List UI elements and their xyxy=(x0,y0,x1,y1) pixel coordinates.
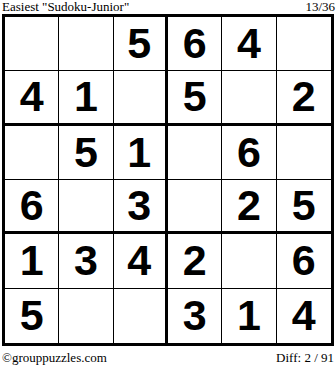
cell-r2c1[interactable]: 4 xyxy=(5,71,59,125)
footer: ©grouppuzzles.com Diff: 2 / 91 xyxy=(2,350,334,366)
cell-r1c3[interactable]: 5 xyxy=(114,17,168,71)
cell-r2c4[interactable]: 5 xyxy=(168,71,222,125)
cell-r6c5[interactable]: 1 xyxy=(222,289,276,343)
cell-r5c2[interactable]: 3 xyxy=(59,234,113,288)
cell-r5c1[interactable]: 1 xyxy=(5,234,59,288)
cell-r3c6[interactable] xyxy=(277,126,331,180)
cell-r1c5[interactable]: 4 xyxy=(222,17,276,71)
cell-r1c4[interactable]: 6 xyxy=(168,17,222,71)
cell-r4c1[interactable]: 6 xyxy=(5,180,59,234)
page-number: 13/36 xyxy=(305,0,335,14)
cell-r6c6[interactable]: 4 xyxy=(277,289,331,343)
copyright: ©grouppuzzles.com xyxy=(2,350,107,365)
cell-r2c5[interactable] xyxy=(222,71,276,125)
cell-r3c5[interactable]: 6 xyxy=(222,126,276,180)
cell-r4c3[interactable]: 3 xyxy=(114,180,168,234)
cell-r3c1[interactable] xyxy=(5,126,59,180)
cell-r6c2[interactable] xyxy=(59,289,113,343)
cell-r6c4[interactable]: 3 xyxy=(168,289,222,343)
cell-r4c4[interactable] xyxy=(168,180,222,234)
cell-r6c3[interactable] xyxy=(114,289,168,343)
cell-r6c1[interactable]: 5 xyxy=(5,289,59,343)
cell-r3c2[interactable]: 5 xyxy=(59,126,113,180)
cell-r1c1[interactable] xyxy=(5,17,59,71)
header: Easiest "Sudoku-Junior" 13/36 xyxy=(2,0,335,14)
cell-r4c5[interactable]: 2 xyxy=(222,180,276,234)
cell-r4c2[interactable] xyxy=(59,180,113,234)
cell-r3c4[interactable] xyxy=(168,126,222,180)
cell-r1c6[interactable] xyxy=(277,17,331,71)
cell-r4c6[interactable]: 5 xyxy=(277,180,331,234)
difficulty-label: Diff: 2 / 91 xyxy=(276,350,334,365)
cell-r5c3[interactable]: 4 xyxy=(114,234,168,288)
cell-r2c6[interactable]: 2 xyxy=(277,71,331,125)
cell-r5c4[interactable]: 2 xyxy=(168,234,222,288)
sudoku-board: 56441525166325134265314 xyxy=(2,14,334,346)
cell-r2c2[interactable]: 1 xyxy=(59,71,113,125)
cell-r1c2[interactable] xyxy=(59,17,113,71)
cell-r5c6[interactable]: 6 xyxy=(277,234,331,288)
cell-r3c3[interactable]: 1 xyxy=(114,126,168,180)
cell-r2c3[interactable] xyxy=(114,71,168,125)
cell-r5c5[interactable] xyxy=(222,234,276,288)
page-title: Easiest "Sudoku-Junior" xyxy=(2,0,129,14)
puzzle-page: Easiest "Sudoku-Junior" 13/36 5644152516… xyxy=(0,0,336,370)
